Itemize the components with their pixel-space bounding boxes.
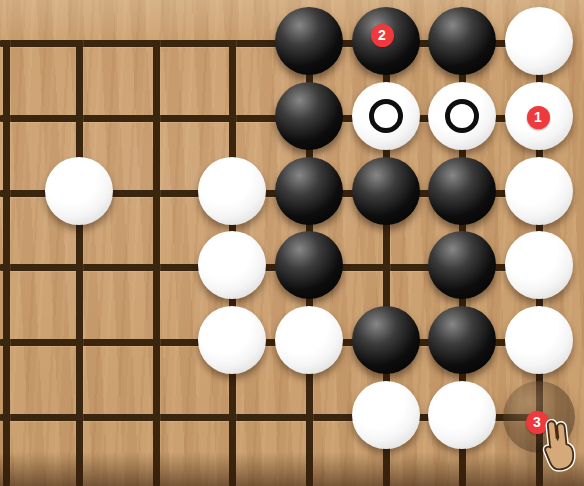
black-stone-c5r4 — [275, 231, 343, 299]
white-stone-c8r4 — [505, 231, 573, 299]
white-stone-c8r3 — [505, 157, 573, 225]
move-number-badge-1: 1 — [527, 106, 550, 129]
white-stone-c2r3 — [45, 157, 113, 225]
black-stone-c5r2 — [275, 82, 343, 150]
black-stone-c7r4 — [428, 231, 496, 299]
white-stone-c5r5 — [275, 306, 343, 374]
move-number-badge-2: 2 — [371, 24, 394, 47]
grid-line-vertical-2 — [76, 40, 83, 486]
grid-line-vertical-3 — [153, 40, 160, 486]
tap-hand-cursor-icon — [533, 411, 583, 475]
black-stone-c7r1 — [428, 7, 496, 75]
black-stone-c6r5 — [352, 306, 420, 374]
white-stone-c6r6 — [352, 381, 420, 449]
black-stone-c6r3 — [352, 157, 420, 225]
circle-marker-c6r2 — [369, 99, 403, 133]
circle-marker-c7r2 — [445, 99, 479, 133]
white-stone-c4r4 — [198, 231, 266, 299]
black-stone-c5r1 — [275, 7, 343, 75]
black-stone-c7r5 — [428, 306, 496, 374]
black-stone-c7r3 — [428, 157, 496, 225]
white-stone-c4r3 — [198, 157, 266, 225]
black-stone-c5r3 — [275, 157, 343, 225]
white-stone-c4r5 — [198, 306, 266, 374]
grid-line-vertical-1 — [3, 40, 10, 486]
white-stone-c8r1 — [505, 7, 573, 75]
go-board[interactable]: 213 — [0, 0, 584, 486]
white-stone-c8r5 — [505, 306, 573, 374]
white-stone-c7r6 — [428, 381, 496, 449]
